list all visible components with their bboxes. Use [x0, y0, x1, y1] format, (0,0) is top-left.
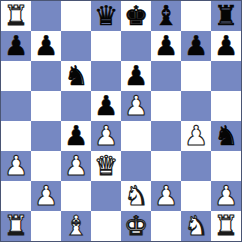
square-b6[interactable]: [31, 61, 61, 91]
square-a2[interactable]: [1, 181, 31, 211]
square-e8[interactable]: ♚: [121, 1, 151, 31]
chess-board-grid: ♜♛♚♝♜♟♟♟♟♟♞♟♟♟♟♟♟♞♟♟♛♟♞♟♟♜♝♚♞♜: [1, 1, 241, 241]
white-pawn-piece: ♟: [214, 182, 238, 209]
square-b1[interactable]: [31, 211, 61, 241]
black-pawn-piece: ♟: [154, 32, 178, 59]
white-pawn-piece: ♟: [184, 122, 208, 149]
white-king-piece: ♚: [124, 212, 148, 239]
square-c8[interactable]: [61, 1, 91, 31]
white-rook-piece: ♜: [214, 212, 238, 239]
square-h8[interactable]: ♜: [211, 1, 241, 31]
square-c2[interactable]: [61, 181, 91, 211]
square-f1[interactable]: [151, 211, 181, 241]
white-queen-piece: ♛: [94, 152, 118, 179]
black-bishop-piece: ♝: [154, 2, 178, 29]
square-e6[interactable]: ♟: [121, 61, 151, 91]
white-pawn-piece: ♟: [154, 182, 178, 209]
square-h7[interactable]: ♟: [211, 31, 241, 61]
chess-board: ♜♛♚♝♜♟♟♟♟♟♞♟♟♟♟♟♟♞♟♟♛♟♞♟♟♜♝♚♞♜: [0, 0, 242, 242]
black-pawn-piece: ♟: [34, 32, 58, 59]
square-c4[interactable]: ♟: [61, 121, 91, 151]
white-rook-piece: ♜: [4, 2, 28, 29]
square-e2[interactable]: ♞: [121, 181, 151, 211]
white-pawn-piece: ♟: [34, 182, 58, 209]
white-knight-piece: ♞: [124, 182, 148, 209]
square-a8[interactable]: ♜: [1, 1, 31, 31]
square-e3[interactable]: [121, 151, 151, 181]
square-h4[interactable]: ♞: [211, 121, 241, 151]
square-d7[interactable]: [91, 31, 121, 61]
square-h2[interactable]: ♟: [211, 181, 241, 211]
black-pawn-piece: ♟: [4, 32, 28, 59]
square-d1[interactable]: [91, 211, 121, 241]
white-pawn-piece: ♟: [94, 122, 118, 149]
square-c7[interactable]: [61, 31, 91, 61]
square-f3[interactable]: [151, 151, 181, 181]
square-f2[interactable]: ♟: [151, 181, 181, 211]
square-f6[interactable]: [151, 61, 181, 91]
black-pawn-piece: ♟: [184, 32, 208, 59]
square-e4[interactable]: [121, 121, 151, 151]
white-rook-piece: ♜: [4, 212, 28, 239]
square-h1[interactable]: ♜: [211, 211, 241, 241]
square-a4[interactable]: [1, 121, 31, 151]
square-b3[interactable]: [31, 151, 61, 181]
white-pawn-piece: ♟: [64, 152, 88, 179]
square-d3[interactable]: ♛: [91, 151, 121, 181]
square-c5[interactable]: [61, 91, 91, 121]
square-g4[interactable]: ♟: [181, 121, 211, 151]
square-d5[interactable]: ♟: [91, 91, 121, 121]
square-h3[interactable]: [211, 151, 241, 181]
black-pawn-piece: ♟: [94, 92, 118, 119]
square-c6[interactable]: ♞: [61, 61, 91, 91]
square-d2[interactable]: [91, 181, 121, 211]
square-d6[interactable]: [91, 61, 121, 91]
square-e5[interactable]: ♟: [121, 91, 151, 121]
square-b7[interactable]: ♟: [31, 31, 61, 61]
white-pawn-piece: ♟: [124, 92, 148, 119]
white-knight-piece: ♞: [184, 212, 208, 239]
black-king-piece: ♚: [124, 2, 148, 29]
square-g7[interactable]: ♟: [181, 31, 211, 61]
square-b4[interactable]: [31, 121, 61, 151]
square-f8[interactable]: ♝: [151, 1, 181, 31]
square-d4[interactable]: ♟: [91, 121, 121, 151]
square-a3[interactable]: ♟: [1, 151, 31, 181]
white-pawn-piece: ♟: [4, 152, 28, 179]
square-f5[interactable]: [151, 91, 181, 121]
square-c1[interactable]: ♝: [61, 211, 91, 241]
black-rook-piece: ♜: [214, 2, 238, 29]
square-b8[interactable]: [31, 1, 61, 31]
black-knight-piece: ♞: [64, 62, 88, 89]
square-g5[interactable]: [181, 91, 211, 121]
black-knight-piece: ♞: [214, 122, 238, 149]
square-d8[interactable]: ♛: [91, 1, 121, 31]
square-b5[interactable]: [31, 91, 61, 121]
square-a5[interactable]: [1, 91, 31, 121]
square-g8[interactable]: [181, 1, 211, 31]
square-f4[interactable]: [151, 121, 181, 151]
square-e7[interactable]: [121, 31, 151, 61]
black-pawn-piece: ♟: [64, 122, 88, 149]
square-g2[interactable]: [181, 181, 211, 211]
square-b2[interactable]: ♟: [31, 181, 61, 211]
square-g3[interactable]: [181, 151, 211, 181]
square-h5[interactable]: [211, 91, 241, 121]
black-pawn-piece: ♟: [124, 62, 148, 89]
square-a1[interactable]: ♜: [1, 211, 31, 241]
black-queen-piece: ♛: [94, 2, 118, 29]
square-f7[interactable]: ♟: [151, 31, 181, 61]
square-h6[interactable]: [211, 61, 241, 91]
black-pawn-piece: ♟: [214, 32, 238, 59]
square-g6[interactable]: [181, 61, 211, 91]
white-bishop-piece: ♝: [64, 212, 88, 239]
square-g1[interactable]: ♞: [181, 211, 211, 241]
square-a7[interactable]: ♟: [1, 31, 31, 61]
square-c3[interactable]: ♟: [61, 151, 91, 181]
square-a6[interactable]: [1, 61, 31, 91]
square-e1[interactable]: ♚: [121, 211, 151, 241]
